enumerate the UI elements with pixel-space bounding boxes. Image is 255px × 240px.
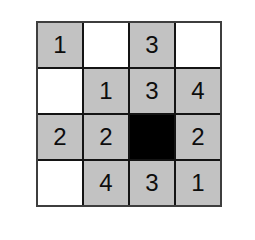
cell-number: 4 bbox=[99, 171, 112, 195]
puzzle-board: 13134222431 bbox=[36, 21, 222, 207]
cell-number: 2 bbox=[53, 125, 66, 149]
grid-cell-r2c3[interactable]: 2 bbox=[176, 115, 220, 159]
cell-number: 3 bbox=[145, 171, 158, 195]
cell-number: 3 bbox=[145, 33, 158, 57]
cell-number: 2 bbox=[99, 125, 112, 149]
grid-cell-r0c1[interactable] bbox=[84, 23, 128, 67]
grid-cell-r0c0[interactable]: 1 bbox=[38, 23, 82, 67]
grid-cell-r3c2[interactable]: 3 bbox=[130, 161, 174, 205]
grid-cell-r1c0[interactable] bbox=[38, 69, 82, 113]
cell-number: 4 bbox=[191, 79, 204, 103]
grid-cell-r3c1[interactable]: 4 bbox=[84, 161, 128, 205]
grid-cell-r3c3[interactable]: 1 bbox=[176, 161, 220, 205]
cell-number: 1 bbox=[53, 33, 66, 57]
cell-number: 1 bbox=[191, 171, 204, 195]
grid-cell-r3c0[interactable] bbox=[38, 161, 82, 205]
cell-number: 3 bbox=[145, 79, 158, 103]
grid-cell-r2c0[interactable]: 2 bbox=[38, 115, 82, 159]
grid-cell-r1c1[interactable]: 1 bbox=[84, 69, 128, 113]
cell-number: 2 bbox=[191, 125, 204, 149]
cell-number: 1 bbox=[99, 79, 112, 103]
grid-cell-r1c2[interactable]: 3 bbox=[130, 69, 174, 113]
grid-cell-r2c1[interactable]: 2 bbox=[84, 115, 128, 159]
grid-cell-r1c3[interactable]: 4 bbox=[176, 69, 220, 113]
grid-cell-r2c2[interactable] bbox=[130, 115, 174, 159]
grid-cell-r0c2[interactable]: 3 bbox=[130, 23, 174, 67]
grid-cell-r0c3[interactable] bbox=[176, 23, 220, 67]
